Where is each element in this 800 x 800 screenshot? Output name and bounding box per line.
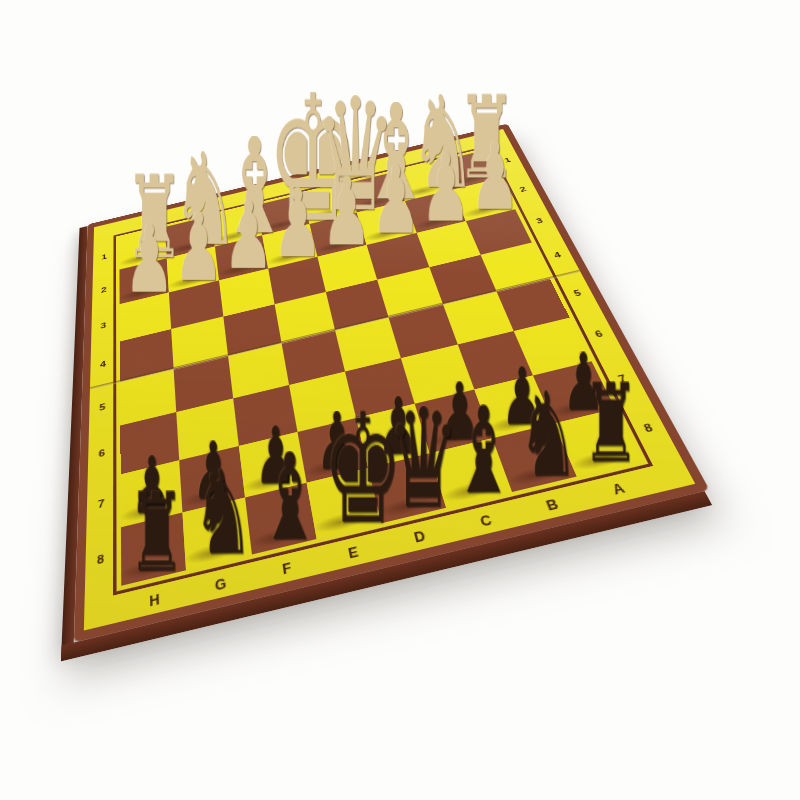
file-label-c: C xyxy=(451,507,521,536)
square-g8[interactable]: ♞ xyxy=(183,497,252,570)
rank-label-left-2: 2 xyxy=(98,285,109,294)
rank-label-right-5: 5 xyxy=(569,288,585,299)
piece-black-king-e8[interactable]: ♚ xyxy=(322,410,374,528)
rank-label-left-7: 7 xyxy=(95,497,108,511)
square-g5[interactable] xyxy=(174,356,233,412)
piece-black-bishop-f8[interactable]: ♝ xyxy=(257,450,309,543)
rank-label-right-8: 8 xyxy=(639,422,658,436)
file-label-g: G xyxy=(187,570,254,600)
chess-board: ♜♞♝♚♛♝♞♜♟♟♟♟♟♟♟♟♟♟♟♟♟♟♟♟♜♞♝♚♛♝♞♜ HGFEDCB… xyxy=(74,124,710,643)
square-g4[interactable] xyxy=(171,316,227,368)
rank-label-left-1: 1 xyxy=(99,252,109,261)
piece-black-knight-b8[interactable]: ♞ xyxy=(517,391,569,482)
piece-white-pawn-h2[interactable]: ♟ xyxy=(125,222,165,296)
board-left-edge xyxy=(61,226,88,660)
rank-label-left-6: 6 xyxy=(95,447,108,460)
rank-label-left-5: 5 xyxy=(96,401,108,413)
file-label-b: B xyxy=(517,491,588,520)
piece-black-knight-g8[interactable]: ♞ xyxy=(193,468,245,559)
photo-scene: ♜♞♝♚♛♝♞♜♟♟♟♟♟♟♟♟♟♟♟♟♟♟♟♟♜♞♝♚♛♝♞♜ HGFEDCB… xyxy=(0,0,800,800)
rank-label-left-8: 8 xyxy=(93,553,107,568)
piece-white-pawn-f2[interactable]: ♟ xyxy=(223,199,263,273)
file-label-d: D xyxy=(385,523,455,552)
piece-black-rook-h8[interactable]: ♜ xyxy=(128,490,180,575)
square-h8[interactable]: ♜ xyxy=(121,512,186,586)
board-grid: ♜♞♝♚♛♝♞♜♟♟♟♟♟♟♟♟♟♟♟♟♟♟♟♟♜♞♝♚♛♝♞♜ xyxy=(119,150,641,586)
piece-black-rook-a8[interactable]: ♜ xyxy=(582,381,634,466)
piece-white-pawn-c2[interactable]: ♟ xyxy=(371,163,411,237)
piece-black-bishop-c8[interactable]: ♝ xyxy=(452,404,504,497)
piece-white-pawn-a2[interactable]: ♟ xyxy=(470,140,510,214)
file-label-a: A xyxy=(583,475,655,503)
rank-label-left-4: 4 xyxy=(97,359,109,370)
file-label-e: E xyxy=(319,538,388,567)
file-label-f: F xyxy=(253,554,321,583)
rank-label-left-3: 3 xyxy=(98,321,109,331)
piece-white-pawn-g2[interactable]: ♟ xyxy=(174,211,214,285)
file-label-h: H xyxy=(121,586,187,616)
piece-white-pawn-e2[interactable]: ♟ xyxy=(272,187,312,261)
rank-label-right-4: 4 xyxy=(550,251,565,261)
piece-white-pawn-d2[interactable]: ♟ xyxy=(322,175,362,249)
chess-board-face: ♜♞♝♚♛♝♞♜♟♟♟♟♟♟♟♟♟♟♟♟♟♟♟♟♜♞♝♚♛♝♞♜ HGFEDCB… xyxy=(84,129,695,631)
rank-label-right-3: 3 xyxy=(532,217,546,226)
piece-white-pawn-b2[interactable]: ♟ xyxy=(420,151,460,225)
